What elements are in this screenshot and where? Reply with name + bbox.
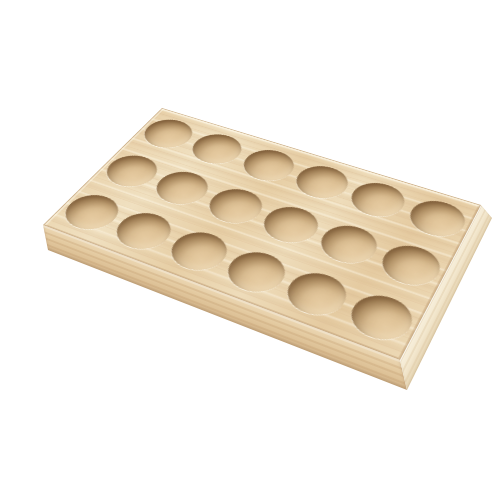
pit-r2-c3[interactable] xyxy=(200,184,270,229)
pit-r3-c2[interactable] xyxy=(107,208,181,256)
pit-r1-c5[interactable] xyxy=(344,178,412,223)
pit-r3-c3[interactable] xyxy=(161,226,236,276)
pit-r1-c2[interactable] xyxy=(184,130,250,169)
pit-r3-c5[interactable] xyxy=(278,267,355,323)
pit-r3-c6[interactable] xyxy=(342,289,420,348)
pit-r2-c2[interactable] xyxy=(148,167,217,210)
pit-r3-c4[interactable] xyxy=(218,246,294,299)
pit-r1-c1[interactable] xyxy=(136,115,201,153)
pit-r2-c6[interactable] xyxy=(374,239,447,291)
product-photo-stage xyxy=(0,0,500,500)
pit-r1-c3[interactable] xyxy=(235,145,301,186)
pit-r2-c5[interactable] xyxy=(313,220,385,270)
pit-r1-c6[interactable] xyxy=(403,195,472,242)
pit-r2-c4[interactable] xyxy=(255,201,326,249)
pit-r1-c4[interactable] xyxy=(288,161,355,204)
